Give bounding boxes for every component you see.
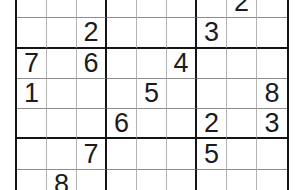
cell-r3c9[interactable] <box>257 18 287 48</box>
cell-r4c4[interactable] <box>107 49 137 79</box>
cell-r8c6[interactable] <box>167 170 197 190</box>
given-digit: 3 <box>264 110 279 137</box>
cell-r6c7[interactable]: 2 <box>197 109 227 139</box>
cell-r7c7[interactable]: 5 <box>197 139 227 169</box>
cell-r3c5[interactable] <box>137 18 167 48</box>
cell-r2c1[interactable] <box>17 0 47 18</box>
cell-r2c5[interactable] <box>137 0 167 18</box>
cell-r5c5[interactable]: 5 <box>137 79 167 109</box>
cell-r6c6[interactable] <box>167 109 197 139</box>
cell-r3c4[interactable] <box>107 18 137 48</box>
cell-r5c4[interactable] <box>107 79 137 109</box>
cell-r8c2[interactable]: 8 <box>47 170 77 190</box>
given-digit: 2 <box>234 0 249 16</box>
cell-r4c9[interactable] <box>257 49 287 79</box>
given-digit: 5 <box>204 141 219 168</box>
cell-r6c3[interactable] <box>77 109 107 139</box>
given-digit: 1 <box>24 80 39 107</box>
cell-r6c5[interactable] <box>137 109 167 139</box>
cell-r6c8[interactable] <box>227 109 257 139</box>
cell-r6c4[interactable]: 6 <box>107 109 137 139</box>
cell-r8c1[interactable] <box>17 170 47 190</box>
cell-r4c5[interactable] <box>137 49 167 79</box>
cell-r8c9[interactable] <box>257 170 287 190</box>
cell-r3c3[interactable]: 2 <box>77 18 107 48</box>
cell-r2c6[interactable] <box>167 0 197 18</box>
cell-r2c2[interactable] <box>47 0 77 18</box>
cell-r3c6[interactable] <box>167 18 197 48</box>
cell-r4c6[interactable]: 4 <box>167 49 197 79</box>
cell-r7c9[interactable] <box>257 139 287 169</box>
cell-r5c2[interactable] <box>47 79 77 109</box>
cell-r2c3[interactable] <box>77 0 107 18</box>
cell-r2c4[interactable] <box>107 0 137 18</box>
cell-r4c3[interactable]: 6 <box>77 49 107 79</box>
given-digit: 7 <box>83 141 98 168</box>
cell-r2c8[interactable]: 2 <box>227 0 257 18</box>
given-digit: 8 <box>264 80 279 107</box>
cell-r4c2[interactable] <box>47 49 77 79</box>
sudoku-board: 223764158623758 <box>0 0 304 190</box>
cell-r2c9[interactable] <box>257 0 287 18</box>
given-digit: 6 <box>83 50 98 77</box>
given-digit: 8 <box>54 171 69 190</box>
cell-r5c9[interactable]: 8 <box>257 79 287 109</box>
sudoku-grid: 223764158623758 <box>15 0 289 190</box>
given-digit: 6 <box>114 110 129 137</box>
given-digit: 4 <box>173 50 188 77</box>
cell-r7c6[interactable] <box>167 139 197 169</box>
cell-r5c7[interactable] <box>197 79 227 109</box>
cell-r7c5[interactable] <box>137 139 167 169</box>
cell-r4c1[interactable]: 7 <box>17 49 47 79</box>
cell-r8c8[interactable] <box>227 170 257 190</box>
given-digit: 7 <box>24 50 39 77</box>
cell-r3c1[interactable] <box>17 18 47 48</box>
cell-r8c7[interactable] <box>197 170 227 190</box>
cell-r7c8[interactable] <box>227 139 257 169</box>
cell-r2c7[interactable] <box>197 0 227 18</box>
cell-r5c1[interactable]: 1 <box>17 79 47 109</box>
cell-r8c4[interactable] <box>107 170 137 190</box>
cell-r7c4[interactable] <box>107 139 137 169</box>
cell-r3c8[interactable] <box>227 18 257 48</box>
given-digit: 3 <box>204 19 219 46</box>
cell-r4c7[interactable] <box>197 49 227 79</box>
given-digit: 2 <box>83 19 98 46</box>
cell-r4c8[interactable] <box>227 49 257 79</box>
cell-r7c3[interactable]: 7 <box>77 139 107 169</box>
cell-r5c6[interactable] <box>167 79 197 109</box>
cell-r3c2[interactable] <box>47 18 77 48</box>
cell-r6c2[interactable] <box>47 109 77 139</box>
cell-r8c3[interactable] <box>77 170 107 190</box>
cell-r6c1[interactable] <box>17 109 47 139</box>
cell-r7c2[interactable] <box>47 139 77 169</box>
cell-r5c8[interactable] <box>227 79 257 109</box>
given-digit: 2 <box>204 110 219 137</box>
cell-r6c9[interactable]: 3 <box>257 109 287 139</box>
cell-r7c1[interactable] <box>17 139 47 169</box>
cell-r3c7[interactable]: 3 <box>197 18 227 48</box>
cell-r5c3[interactable] <box>77 79 107 109</box>
cell-r8c5[interactable] <box>137 170 167 190</box>
given-digit: 5 <box>144 80 159 107</box>
